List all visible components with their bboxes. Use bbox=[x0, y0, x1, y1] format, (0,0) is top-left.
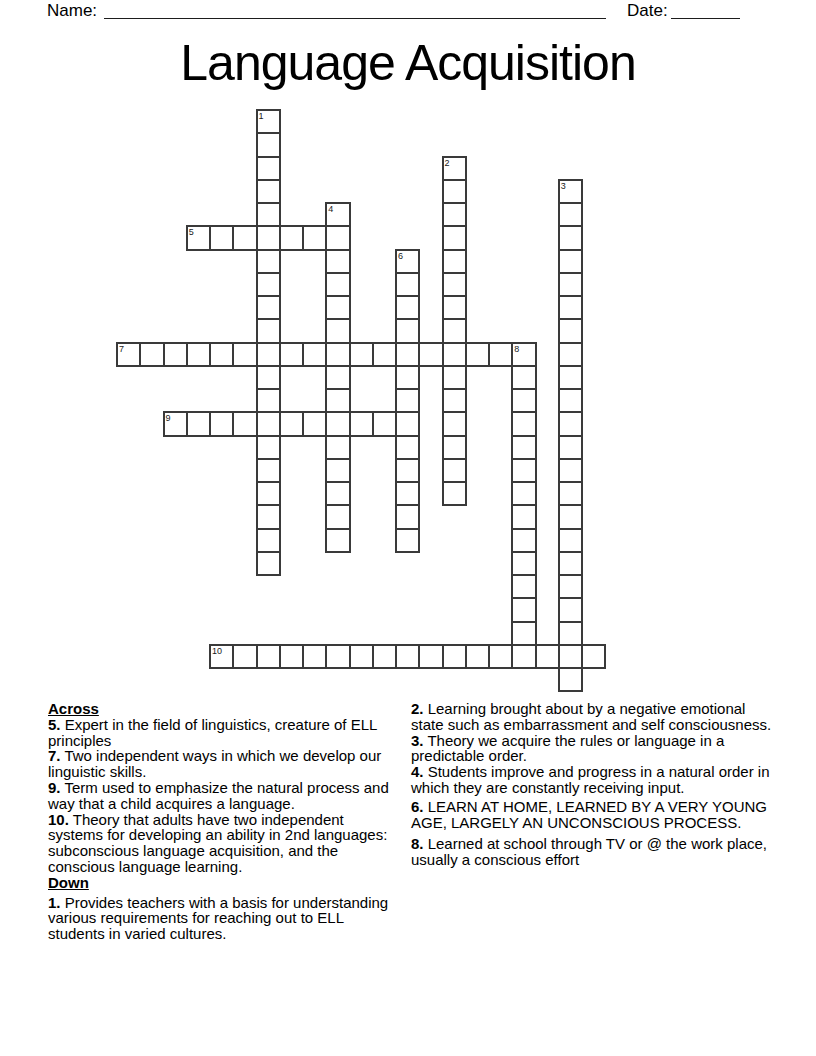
cell-r10-c9[interactable] bbox=[325, 342, 350, 367]
cell-r5-c5[interactable] bbox=[232, 225, 257, 250]
down-clue-4: 4. Students improve and progress in a na… bbox=[411, 764, 775, 796]
cell-r10-c15[interactable] bbox=[465, 342, 490, 367]
cell-r17-c17[interactable] bbox=[511, 504, 536, 529]
cell-r19-c19[interactable] bbox=[558, 551, 583, 576]
down-header: Down bbox=[48, 875, 397, 891]
clue-number: 4. bbox=[411, 763, 424, 780]
cell-r8-c19[interactable] bbox=[558, 295, 583, 320]
clue-number: 2. bbox=[411, 700, 424, 717]
down-clue-6: 6. LEARN AT HOME, LEARNED BY A VERY YOUN… bbox=[411, 799, 775, 831]
grid-number-8: 8 bbox=[514, 344, 519, 354]
cell-r19-c17[interactable] bbox=[511, 551, 536, 576]
cell-r14-c12[interactable] bbox=[395, 435, 420, 460]
cell-r13-c5[interactable] bbox=[232, 411, 257, 436]
cell-r3-c6[interactable] bbox=[256, 179, 281, 204]
date-blank-line[interactable] bbox=[671, 0, 740, 19]
cell-r24-c19[interactable] bbox=[558, 667, 583, 692]
cell-r22-c17[interactable] bbox=[511, 621, 536, 646]
cell-r10-c3[interactable] bbox=[186, 342, 211, 367]
crossword-grid: 12345678910 bbox=[117, 110, 607, 693]
cell-r10-c8[interactable] bbox=[302, 342, 327, 367]
cell-r5-c6[interactable] bbox=[256, 225, 281, 250]
cell-r23-c17[interactable] bbox=[511, 644, 536, 669]
cell-r11-c19[interactable] bbox=[558, 365, 583, 390]
grid-number-10: 10 bbox=[212, 646, 222, 656]
cell-r14-c6[interactable] bbox=[256, 435, 281, 460]
across-clue-9: 9. Term used to emphasize the natural pr… bbox=[48, 780, 397, 812]
cell-r10-c7[interactable] bbox=[279, 342, 304, 367]
cell-r18-c19[interactable] bbox=[558, 528, 583, 553]
cell-r12-c19[interactable] bbox=[558, 388, 583, 413]
cell-r13-c7[interactable] bbox=[279, 411, 304, 436]
cell-r15-c6[interactable] bbox=[256, 458, 281, 483]
cell-r8-c6[interactable] bbox=[256, 295, 281, 320]
cell-r18-c12[interactable] bbox=[395, 528, 420, 553]
cell-r11-c12[interactable] bbox=[395, 365, 420, 390]
grid-number-5: 5 bbox=[189, 227, 194, 237]
cell-r5-c9[interactable] bbox=[325, 225, 350, 250]
cell-r20-c19[interactable] bbox=[558, 574, 583, 599]
cell-r8-c14[interactable] bbox=[442, 295, 467, 320]
cell-r10-c2[interactable] bbox=[163, 342, 188, 367]
clue-number: 9. bbox=[48, 779, 61, 796]
cell-r9-c9[interactable] bbox=[325, 318, 350, 343]
clue-column-right: 2. Learning brought about by a negative … bbox=[411, 701, 775, 868]
cell-r4-c6[interactable] bbox=[256, 202, 281, 227]
cell-r11-c17[interactable] bbox=[511, 365, 536, 390]
cell-r23-c14[interactable] bbox=[442, 644, 467, 669]
cell-r7-c6[interactable] bbox=[256, 272, 281, 297]
cell-r21-c19[interactable] bbox=[558, 597, 583, 622]
cell-r10-c1[interactable] bbox=[139, 342, 164, 367]
cell-r8-c12[interactable] bbox=[395, 295, 420, 320]
down-clue-1: 1. Provides teachers with a basis for un… bbox=[48, 895, 397, 942]
cell-r15-c19[interactable] bbox=[558, 458, 583, 483]
clue-number: 5. bbox=[48, 716, 61, 733]
cell-r13-c14[interactable] bbox=[442, 411, 467, 436]
cell-r18-c6[interactable] bbox=[256, 528, 281, 553]
cell-r10-c6[interactable] bbox=[256, 342, 281, 367]
cell-r15-c17[interactable] bbox=[511, 458, 536, 483]
cell-r16-c14[interactable] bbox=[442, 481, 467, 506]
name-label: Name: bbox=[47, 2, 97, 20]
cell-r10-c4[interactable] bbox=[209, 342, 234, 367]
cell-r23-c19[interactable] bbox=[558, 644, 583, 669]
cell-r11-c14[interactable] bbox=[442, 365, 467, 390]
cell-r10-c5[interactable] bbox=[232, 342, 257, 367]
across-clue-10: 10. Theory that adults have two independ… bbox=[48, 812, 397, 875]
cell-r15-c12[interactable] bbox=[395, 458, 420, 483]
cell-r9-c14[interactable] bbox=[442, 318, 467, 343]
cell-r4-c19[interactable] bbox=[558, 202, 583, 227]
grid-number-2: 2 bbox=[445, 158, 450, 168]
grid-number-6: 6 bbox=[398, 251, 403, 261]
cell-r11-c9[interactable] bbox=[325, 365, 350, 390]
cell-r14-c19[interactable] bbox=[558, 435, 583, 460]
across-clue-7: 7. Two independent ways in which we deve… bbox=[48, 748, 397, 780]
cell-r8-c9[interactable] bbox=[325, 295, 350, 320]
across-header: Across bbox=[48, 701, 397, 717]
down-clue-2: 2. Learning brought about by a negative … bbox=[411, 701, 775, 733]
cell-r15-c9[interactable] bbox=[325, 458, 350, 483]
cell-r14-c14[interactable] bbox=[442, 435, 467, 460]
clue-number: 3. bbox=[411, 732, 424, 749]
cell-r10-c16[interactable] bbox=[488, 342, 513, 367]
cell-r6-c6[interactable] bbox=[256, 249, 281, 274]
cell-r2-c6[interactable] bbox=[256, 156, 281, 181]
grid-number-4: 4 bbox=[328, 204, 333, 214]
cell-r12-c9[interactable] bbox=[325, 388, 350, 413]
cell-r18-c17[interactable] bbox=[511, 528, 536, 553]
cell-r6-c9[interactable] bbox=[325, 249, 350, 274]
cell-r13-c10[interactable] bbox=[349, 411, 374, 436]
cell-r13-c8[interactable] bbox=[302, 411, 327, 436]
cell-r7-c9[interactable] bbox=[325, 272, 350, 297]
cell-r23-c18[interactable] bbox=[535, 644, 560, 669]
cell-r13-c12[interactable] bbox=[395, 411, 420, 436]
cell-r7-c12[interactable] bbox=[395, 272, 420, 297]
cell-r13-c4[interactable] bbox=[209, 411, 234, 436]
cell-r13-c11[interactable] bbox=[372, 411, 397, 436]
date-label: Date: bbox=[627, 2, 668, 20]
cell-r17-c19[interactable] bbox=[558, 504, 583, 529]
cell-r13-c6[interactable] bbox=[256, 411, 281, 436]
cell-r17-c6[interactable] bbox=[256, 504, 281, 529]
cell-r7-c19[interactable] bbox=[558, 272, 583, 297]
cell-r21-c17[interactable] bbox=[511, 597, 536, 622]
cell-r12-c6[interactable] bbox=[256, 388, 281, 413]
cell-r17-c12[interactable] bbox=[395, 504, 420, 529]
grid-number-7: 7 bbox=[119, 344, 124, 354]
cell-r9-c19[interactable] bbox=[558, 318, 583, 343]
cell-r12-c17[interactable] bbox=[511, 388, 536, 413]
cell-r23-c5[interactable] bbox=[232, 644, 257, 669]
down-clue-list-right: 2. Learning brought about by a negative … bbox=[411, 701, 775, 868]
clue-column-left: Across 5. Expert in the field of linguis… bbox=[48, 701, 397, 942]
cell-r23-c11[interactable] bbox=[372, 644, 397, 669]
cell-r10-c14[interactable] bbox=[442, 342, 467, 367]
grid-number-3: 3 bbox=[561, 181, 566, 191]
cell-r10-c11[interactable] bbox=[372, 342, 397, 367]
grid-number-1: 1 bbox=[259, 111, 264, 121]
name-blank-line[interactable] bbox=[104, 0, 606, 19]
cell-r13-c17[interactable] bbox=[511, 411, 536, 436]
cell-r12-c12[interactable] bbox=[395, 388, 420, 413]
cell-r6-c19[interactable] bbox=[558, 249, 583, 274]
across-clue-list: 5. Expert in the field of linguistics, c… bbox=[48, 717, 397, 875]
cell-r16-c19[interactable] bbox=[558, 481, 583, 506]
cell-r13-c9[interactable] bbox=[325, 411, 350, 436]
cell-r19-c6[interactable] bbox=[256, 551, 281, 576]
cell-r7-c14[interactable] bbox=[442, 272, 467, 297]
cell-r13-c19[interactable] bbox=[558, 411, 583, 436]
cell-r11-c6[interactable] bbox=[256, 365, 281, 390]
clue-number: 1. bbox=[48, 894, 61, 911]
cell-r1-c6[interactable] bbox=[256, 132, 281, 157]
cell-r20-c17[interactable] bbox=[511, 574, 536, 599]
cell-r23-c13[interactable] bbox=[418, 644, 443, 669]
clue-number: 8. bbox=[411, 835, 424, 852]
cell-r9-c12[interactable] bbox=[395, 318, 420, 343]
cell-r23-c9[interactable] bbox=[325, 644, 350, 669]
cell-r14-c17[interactable] bbox=[511, 435, 536, 460]
cell-r10-c10[interactable] bbox=[349, 342, 374, 367]
across-clue-5: 5. Expert in the field of linguistics, c… bbox=[48, 717, 397, 749]
cell-r5-c8[interactable] bbox=[302, 225, 327, 250]
cell-r6-c14[interactable] bbox=[442, 249, 467, 274]
cell-r14-c9[interactable] bbox=[325, 435, 350, 460]
cell-r23-c12[interactable] bbox=[395, 644, 420, 669]
cell-r16-c17[interactable] bbox=[511, 481, 536, 506]
cell-r16-c12[interactable] bbox=[395, 481, 420, 506]
cell-r23-c20[interactable] bbox=[581, 644, 606, 669]
down-clue-8: 8. Learned at school through TV or @ the… bbox=[411, 836, 775, 868]
cell-r3-c14[interactable] bbox=[442, 179, 467, 204]
puzzle-title: Language Acquisition bbox=[0, 34, 816, 92]
cell-r23-c8[interactable] bbox=[302, 644, 327, 669]
cell-r13-c3[interactable] bbox=[186, 411, 211, 436]
cell-r10-c13[interactable] bbox=[418, 342, 443, 367]
clue-number: 6. bbox=[411, 798, 424, 815]
cell-r16-c6[interactable] bbox=[256, 481, 281, 506]
cell-r4-c14[interactable] bbox=[442, 202, 467, 227]
cell-r23-c16[interactable] bbox=[488, 644, 513, 669]
down-clue-3: 3. Theory we acquire the rules or langua… bbox=[411, 733, 775, 765]
clue-number: 7. bbox=[48, 747, 61, 764]
cell-r23-c15[interactable] bbox=[465, 644, 490, 669]
cell-r22-c19[interactable] bbox=[558, 621, 583, 646]
cell-r17-c9[interactable] bbox=[325, 504, 350, 529]
cell-r23-c6[interactable] bbox=[256, 644, 281, 669]
cell-r5-c4[interactable] bbox=[209, 225, 234, 250]
grid-number-9: 9 bbox=[166, 413, 171, 423]
cell-r23-c7[interactable] bbox=[279, 644, 304, 669]
cell-r10-c12[interactable] bbox=[395, 342, 420, 367]
cell-r23-c10[interactable] bbox=[349, 644, 374, 669]
cell-r15-c14[interactable] bbox=[442, 458, 467, 483]
cell-r9-c6[interactable] bbox=[256, 318, 281, 343]
down-clue-list-left: 1. Provides teachers with a basis for un… bbox=[48, 895, 397, 942]
cell-r16-c9[interactable] bbox=[325, 481, 350, 506]
cell-r5-c19[interactable] bbox=[558, 225, 583, 250]
cell-r5-c7[interactable] bbox=[279, 225, 304, 250]
cell-r18-c9[interactable] bbox=[325, 528, 350, 553]
cell-r12-c14[interactable] bbox=[442, 388, 467, 413]
cell-r10-c19[interactable] bbox=[558, 342, 583, 367]
cell-r5-c14[interactable] bbox=[442, 225, 467, 250]
clue-number: 10. bbox=[48, 811, 69, 828]
